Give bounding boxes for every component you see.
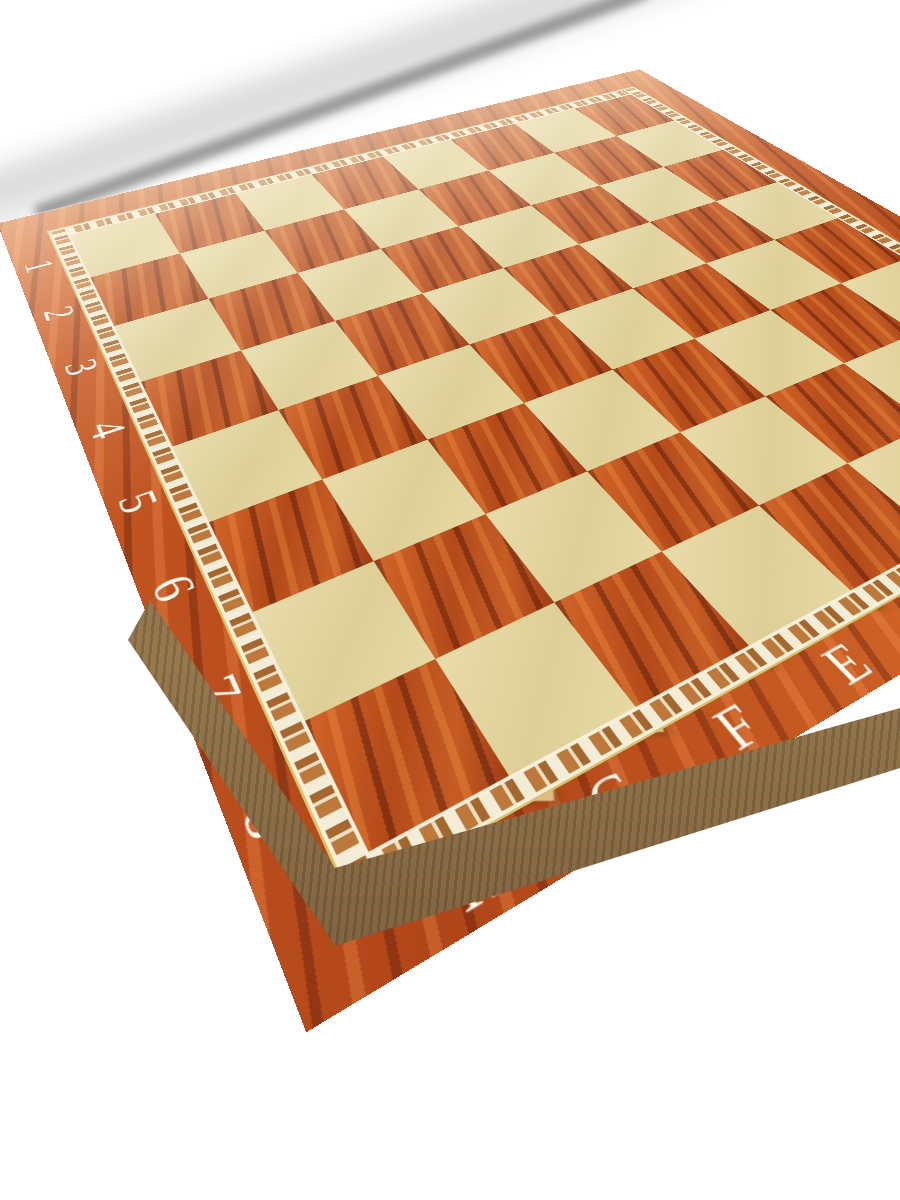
rank-digit-5: 5 <box>105 484 170 522</box>
rank-digit-6: 6 <box>138 566 209 611</box>
perspective-scene: HGFEDCBA87654321 ♜♞♝♛♟♟♟♟♟ <box>0 0 900 1200</box>
chess-board: HGFEDCBA87654321 ♜♞♝♛♟♟♟♟♟ <box>0 69 900 1032</box>
rank-digit-8: 8 <box>226 785 313 852</box>
inlay-strip-top <box>49 87 642 240</box>
rank-digit-4: 4 <box>77 414 138 446</box>
inlay-strip-right <box>622 87 900 431</box>
rank-digit-2: 2 <box>32 302 85 326</box>
product-photo-chessboard: HGFEDCBA87654321 ♜♞♝♛♟♟♟♟♟ <box>0 0 900 1200</box>
dark-red-pawn-g1: ♟ <box>177 218 277 245</box>
inlay-strip-left <box>49 227 384 900</box>
rank-digit-1: 1 <box>14 256 63 277</box>
rank-digit-3: 3 <box>53 354 109 381</box>
rank-digit-7: 7 <box>177 665 255 719</box>
